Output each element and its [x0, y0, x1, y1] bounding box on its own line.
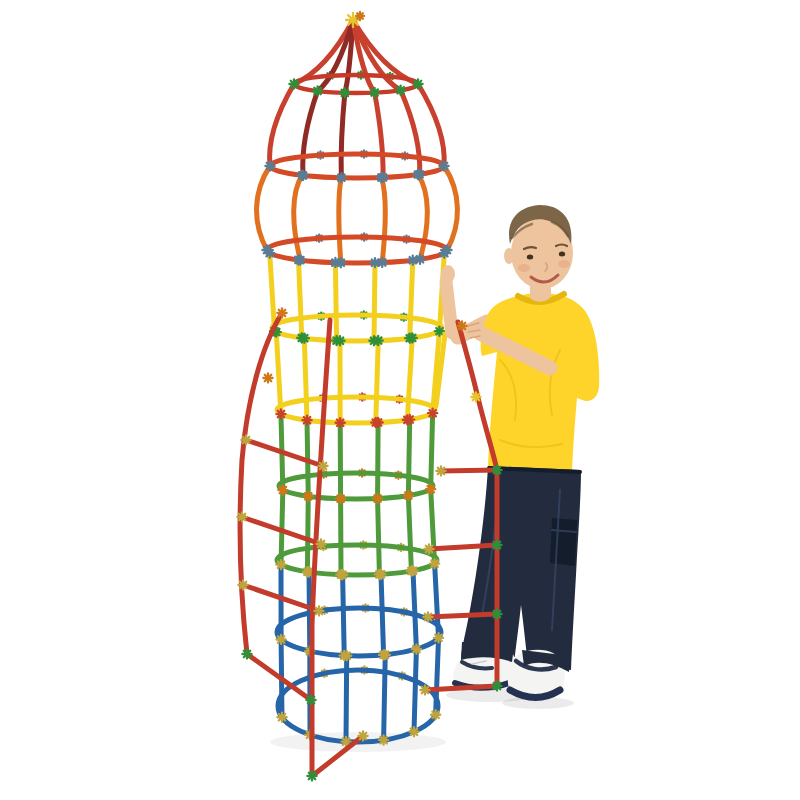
straw-connector — [379, 736, 388, 745]
straw-connector — [413, 170, 422, 179]
straw-connector — [408, 333, 417, 342]
straw-connector — [356, 12, 364, 20]
straw-connector — [408, 566, 417, 575]
dome-rib — [444, 166, 457, 250]
straw-rocket-tower — [257, 12, 458, 746]
straw-connector — [492, 681, 501, 690]
straw-connector — [337, 173, 346, 182]
straw-connector — [336, 494, 345, 503]
straw-connector — [471, 392, 480, 401]
straw-connector — [440, 249, 449, 258]
straw-connector — [424, 544, 433, 553]
dome-rib — [294, 175, 302, 260]
straw-connector — [335, 336, 344, 345]
straw-connector — [302, 416, 311, 425]
vertical-straw — [307, 496, 308, 572]
dome-rib — [381, 178, 385, 263]
vertical-straw — [381, 574, 384, 655]
straw-connector — [289, 79, 298, 88]
dome-rib — [257, 166, 270, 250]
vertical-straw — [376, 341, 379, 423]
straw-connector — [338, 570, 347, 579]
straw-connector — [434, 633, 443, 642]
straw-connector — [316, 539, 325, 548]
straw-connector — [263, 373, 272, 382]
straw-connector — [457, 321, 466, 330]
straw-connector — [492, 609, 501, 618]
straw-connector — [374, 336, 383, 345]
straw-connector — [377, 173, 386, 182]
straw-connector — [420, 685, 429, 694]
straw-connector — [428, 409, 437, 418]
vertical-straw — [276, 332, 281, 414]
straw-connector — [405, 415, 414, 424]
straw-connector — [314, 606, 323, 615]
straw-connector — [238, 580, 247, 589]
straw-connector — [265, 161, 274, 170]
straw-connector — [381, 650, 390, 659]
boy-pants — [461, 466, 581, 670]
toy-rocket-photo-illustration — [0, 0, 800, 800]
straw-connector — [318, 461, 327, 470]
vertical-straw — [413, 571, 416, 649]
straw-connector — [370, 88, 379, 97]
straw-connector — [298, 171, 307, 180]
straw-connector — [374, 418, 383, 427]
straw-connector — [376, 570, 385, 579]
right-fin-rung-3 — [428, 614, 497, 617]
boy-left-hand — [441, 265, 455, 283]
straw-connector — [304, 492, 313, 501]
dome-rib — [339, 178, 341, 263]
straw-connector — [431, 710, 440, 719]
cargo-pocket — [550, 518, 577, 566]
straw-connector — [430, 559, 439, 568]
straw-connector — [396, 86, 405, 95]
vertical-straw — [299, 260, 302, 338]
straw-connector — [423, 612, 432, 621]
straw-connector — [342, 651, 351, 660]
straw-connector — [404, 491, 413, 500]
straw-connector — [492, 465, 501, 474]
straw-connector — [307, 771, 316, 780]
right-fin-rung-1 — [441, 470, 497, 471]
dome-rib — [418, 175, 427, 260]
boy-cheek-left — [518, 264, 530, 272]
straw-connector — [278, 485, 287, 494]
vertical-straw — [410, 260, 413, 338]
straw-connector — [265, 249, 274, 258]
straw-connector — [313, 86, 322, 95]
straw-connector — [306, 695, 315, 704]
straw-connector — [277, 635, 286, 644]
vertical-straw — [408, 496, 411, 571]
straw-connector — [492, 540, 501, 549]
boy-left-forearm — [446, 282, 452, 333]
straw-connector — [276, 409, 285, 418]
vertical-straw — [304, 338, 307, 420]
straw-connector — [241, 435, 250, 444]
straw-connector — [408, 256, 417, 265]
vertical-straw — [378, 498, 380, 574]
vertical-straw — [374, 263, 375, 341]
boy-eye-right — [559, 252, 565, 257]
boy-shirt — [481, 293, 600, 472]
boy — [441, 205, 599, 700]
vertical-straw — [407, 338, 412, 420]
straw-connector — [412, 645, 421, 654]
vertical-straw — [384, 655, 386, 740]
vertical-straw — [270, 253, 275, 331]
straw-connector — [294, 255, 303, 264]
straw-connector — [409, 727, 418, 736]
straw-connector — [340, 88, 349, 97]
product-photo — [0, 0, 800, 800]
straw-connector — [336, 418, 345, 427]
straw-connector — [237, 512, 246, 521]
straw-connector — [358, 731, 367, 740]
straw-connector — [426, 485, 435, 494]
straw-connector — [413, 79, 422, 88]
vertical-straw — [431, 413, 433, 489]
boy-eye-left — [527, 255, 533, 260]
vertical-straw — [408, 420, 409, 496]
straw-connector — [276, 560, 285, 569]
vertical-straw — [378, 422, 379, 498]
straw-connector — [300, 334, 309, 343]
straw-connector — [331, 258, 340, 267]
straw-connector — [439, 161, 448, 170]
straw-connector — [436, 466, 445, 475]
boy-cheek-right — [558, 260, 570, 268]
vertical-straw — [414, 649, 416, 732]
vertical-straw — [335, 263, 336, 341]
straw-connector — [242, 649, 251, 658]
straw-connector — [373, 494, 382, 503]
vertical-straw — [343, 575, 345, 656]
straw-connector — [277, 308, 286, 317]
straw-connector — [370, 258, 379, 267]
straw-connector — [277, 713, 286, 722]
